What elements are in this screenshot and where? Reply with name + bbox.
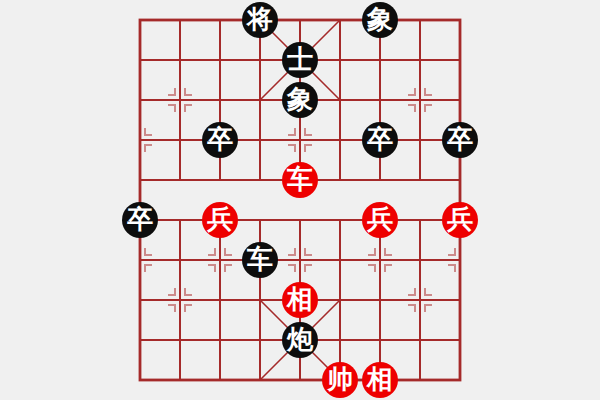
point-1-9[interactable] [160,360,200,400]
point-5-8[interactable] [320,320,360,360]
point-1-5[interactable] [160,200,200,240]
piece-glyph: 将 [247,7,273,33]
point-1-2[interactable] [160,80,200,120]
point-4-0[interactable] [280,0,320,40]
piece-glyph: 相 [287,287,313,313]
point-6-6[interactable] [360,240,400,280]
black-general[interactable]: 将 [242,2,278,38]
point-2-3[interactable]: 卒 [200,120,240,160]
point-6-4[interactable] [360,160,400,200]
red-general[interactable]: 帅 [322,362,358,398]
point-2-4[interactable] [200,160,240,200]
red-chariot[interactable]: 车 [282,162,318,198]
point-7-3[interactable] [400,120,440,160]
point-2-6[interactable] [200,240,240,280]
point-0-8[interactable] [120,320,160,360]
point-0-5[interactable]: 卒 [120,200,160,240]
point-3-5[interactable] [240,200,280,240]
piece-glyph: 帅 [327,367,353,393]
point-8-7[interactable] [440,280,480,320]
point-4-2[interactable]: 象 [280,80,320,120]
black-elephant[interactable]: 象 [282,82,318,118]
point-6-7[interactable] [360,280,400,320]
point-2-7[interactable] [200,280,240,320]
black-pawn[interactable]: 卒 [202,122,238,158]
point-8-3[interactable]: 卒 [440,120,480,160]
point-8-2[interactable] [440,80,480,120]
point-3-8[interactable] [240,320,280,360]
point-7-7[interactable] [400,280,440,320]
point-3-1[interactable] [240,40,280,80]
piece-glyph: 卒 [207,127,233,153]
point-3-0[interactable]: 将 [240,0,280,40]
point-5-4[interactable] [320,160,360,200]
point-0-9[interactable] [120,360,160,400]
point-8-1[interactable] [440,40,480,80]
red-elephant[interactable]: 相 [362,362,398,398]
point-8-6[interactable] [440,240,480,280]
point-2-9[interactable] [200,360,240,400]
point-5-0[interactable] [320,0,360,40]
point-3-2[interactable] [240,80,280,120]
point-1-6[interactable] [160,240,200,280]
piece-glyph: 车 [287,167,313,193]
point-6-8[interactable] [360,320,400,360]
point-2-0[interactable] [200,0,240,40]
point-6-5[interactable]: 兵 [360,200,400,240]
piece-glyph: 象 [287,87,313,113]
point-1-0[interactable] [160,0,200,40]
red-soldier[interactable]: 兵 [362,202,398,238]
point-3-4[interactable] [240,160,280,200]
point-7-4[interactable] [400,160,440,200]
piece-glyph: 相 [367,367,393,393]
point-5-6[interactable] [320,240,360,280]
point-6-1[interactable] [360,40,400,80]
point-2-1[interactable] [200,40,240,80]
point-0-4[interactable] [120,160,160,200]
point-6-2[interactable] [360,80,400,120]
piece-glyph: 卒 [127,207,153,233]
piece-glyph: 车 [247,247,273,273]
point-2-8[interactable] [200,320,240,360]
point-8-4[interactable] [440,160,480,200]
red-soldier[interactable]: 兵 [442,202,478,238]
point-4-9[interactable] [280,360,320,400]
piece-glyph: 兵 [447,207,473,233]
black-pawn[interactable]: 卒 [442,122,478,158]
point-5-3[interactable] [320,120,360,160]
piece-glyph: 兵 [207,207,233,233]
piece-glyph: 卒 [367,127,393,153]
point-7-5[interactable] [400,200,440,240]
black-chariot[interactable]: 车 [242,242,278,278]
black-pawn[interactable]: 卒 [122,202,158,238]
point-3-6[interactable]: 车 [240,240,280,280]
point-4-6[interactable] [280,240,320,280]
point-1-3[interactable] [160,120,200,160]
point-1-7[interactable] [160,280,200,320]
point-7-6[interactable] [400,240,440,280]
point-4-4[interactable]: 车 [280,160,320,200]
point-4-8[interactable]: 炮 [280,320,320,360]
point-7-1[interactable] [400,40,440,80]
point-0-3[interactable] [120,120,160,160]
point-5-5[interactable] [320,200,360,240]
point-5-2[interactable] [320,80,360,120]
red-soldier[interactable]: 兵 [202,202,238,238]
point-0-1[interactable] [120,40,160,80]
point-1-8[interactable] [160,320,200,360]
point-3-9[interactable] [240,360,280,400]
point-5-9[interactable]: 帅 [320,360,360,400]
black-advisor[interactable]: 士 [282,42,318,78]
piece-glyph: 卒 [447,127,473,153]
point-8-9[interactable] [440,360,480,400]
point-4-3[interactable] [280,120,320,160]
point-0-2[interactable] [120,80,160,120]
piece-glyph: 炮 [287,327,313,353]
point-2-5[interactable]: 兵 [200,200,240,240]
point-1-1[interactable] [160,40,200,80]
point-2-2[interactable] [200,80,240,120]
point-1-4[interactable] [160,160,200,200]
point-8-8[interactable] [440,320,480,360]
point-3-7[interactable] [240,280,280,320]
point-5-1[interactable] [320,40,360,80]
black-pawn[interactable]: 卒 [362,122,398,158]
red-elephant[interactable]: 相 [282,282,318,318]
point-0-6[interactable] [120,240,160,280]
point-0-7[interactable] [120,280,160,320]
piece-glyph: 象 [367,7,393,33]
black-cannon[interactable]: 炮 [282,322,318,358]
point-3-3[interactable] [240,120,280,160]
point-6-9[interactable]: 相 [360,360,400,400]
point-5-7[interactable] [320,280,360,320]
piece-glyph: 士 [287,47,313,73]
point-0-0[interactable] [120,0,160,40]
point-7-9[interactable] [400,360,440,400]
point-4-5[interactable] [280,200,320,240]
point-7-8[interactable] [400,320,440,360]
piece-glyph: 兵 [367,207,393,233]
point-8-5[interactable]: 兵 [440,200,480,240]
point-7-0[interactable] [400,0,440,40]
point-4-1[interactable]: 士 [280,40,320,80]
point-6-0[interactable]: 象 [360,0,400,40]
point-8-0[interactable] [440,0,480,40]
xiangqi-board: 将象士象卒卒卒车卒兵兵兵车相炮帅相 [120,0,480,400]
point-4-7[interactable]: 相 [280,280,320,320]
black-elephant[interactable]: 象 [362,2,398,38]
point-7-2[interactable] [400,80,440,120]
page-background: 将象士象卒卒卒车卒兵兵兵车相炮帅相 [0,0,600,400]
point-6-3[interactable]: 卒 [360,120,400,160]
